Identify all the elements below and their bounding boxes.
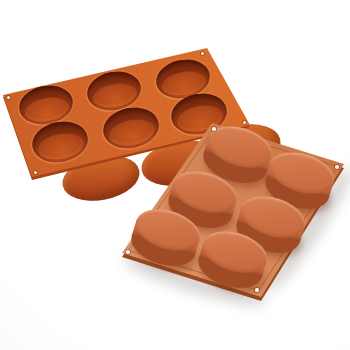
mold-b-corner-hole — [335, 165, 339, 169]
product-photo-silicone-molds: Product photo of two terracotta-orange s… — [0, 0, 350, 350]
mold-b-corner-hole — [255, 288, 259, 292]
mold-b-corner-hole — [126, 250, 130, 254]
mold-b-corner-hole — [212, 127, 216, 131]
mold-cylinder-side — [0, 0, 350, 350]
